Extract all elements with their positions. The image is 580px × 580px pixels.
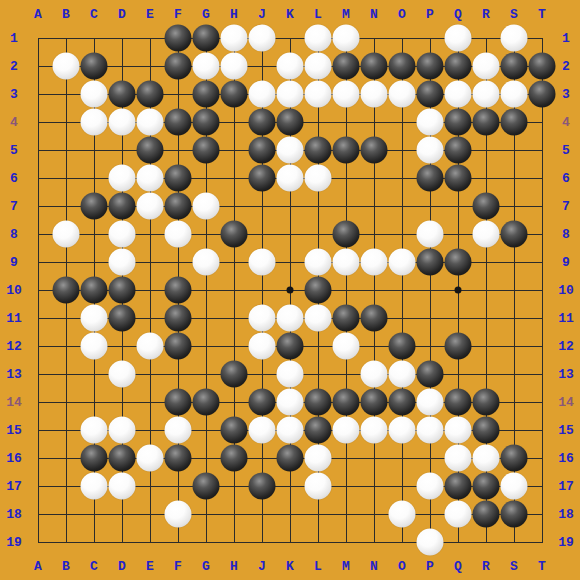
white-stone [277, 165, 304, 192]
white-stone [221, 25, 248, 52]
column-label-top: F [174, 8, 182, 21]
row-label-left: 4 [10, 116, 18, 129]
black-stone [333, 305, 360, 332]
column-label-top: G [202, 8, 210, 21]
black-stone [473, 389, 500, 416]
white-stone [137, 165, 164, 192]
row-label-left: 16 [6, 452, 22, 465]
column-label-top: T [538, 8, 546, 21]
white-stone [333, 25, 360, 52]
black-stone [221, 81, 248, 108]
black-stone [221, 221, 248, 248]
row-label-left: 11 [6, 312, 22, 325]
row-label-right: 18 [558, 508, 574, 521]
column-label-bottom: M [342, 560, 350, 573]
column-label-top: J [258, 8, 266, 21]
white-stone [81, 333, 108, 360]
white-stone [81, 305, 108, 332]
column-label-bottom: G [202, 560, 210, 573]
column-label-bottom: F [174, 560, 182, 573]
black-stone [417, 165, 444, 192]
row-label-right: 16 [558, 452, 574, 465]
black-stone [473, 193, 500, 220]
white-stone [389, 81, 416, 108]
column-label-bottom: O [398, 560, 406, 573]
column-label-top: S [510, 8, 518, 21]
white-stone [417, 473, 444, 500]
grid-line-vertical [542, 38, 543, 543]
white-stone [333, 417, 360, 444]
white-stone [417, 221, 444, 248]
black-stone [389, 389, 416, 416]
white-stone [165, 417, 192, 444]
white-stone [53, 53, 80, 80]
black-stone [221, 361, 248, 388]
black-stone [473, 417, 500, 444]
black-stone [165, 445, 192, 472]
grid-line-horizontal [38, 542, 543, 543]
white-stone [109, 221, 136, 248]
black-stone [193, 137, 220, 164]
row-label-right: 1 [562, 32, 570, 45]
row-label-left: 5 [10, 144, 18, 157]
black-stone [333, 389, 360, 416]
white-stone [305, 305, 332, 332]
white-stone [277, 137, 304, 164]
white-stone [417, 109, 444, 136]
white-stone [473, 221, 500, 248]
black-stone [333, 221, 360, 248]
row-label-right: 13 [558, 368, 574, 381]
row-label-right: 15 [558, 424, 574, 437]
white-stone [277, 361, 304, 388]
white-stone [277, 81, 304, 108]
row-label-right: 17 [558, 480, 574, 493]
black-stone [361, 305, 388, 332]
row-label-right: 9 [562, 256, 570, 269]
white-stone [137, 333, 164, 360]
black-stone [165, 333, 192, 360]
white-stone [277, 305, 304, 332]
white-stone [249, 25, 276, 52]
column-label-bottom: Q [454, 560, 462, 573]
white-stone [445, 25, 472, 52]
column-label-bottom: H [230, 560, 238, 573]
white-stone [417, 137, 444, 164]
row-label-left: 17 [6, 480, 22, 493]
black-stone [277, 109, 304, 136]
white-stone [445, 417, 472, 444]
black-stone [529, 81, 556, 108]
white-stone [137, 445, 164, 472]
black-stone [81, 193, 108, 220]
column-label-top: A [34, 8, 42, 21]
white-stone [193, 193, 220, 220]
white-stone [109, 361, 136, 388]
white-stone [109, 473, 136, 500]
column-label-bottom: E [146, 560, 154, 573]
black-stone [165, 53, 192, 80]
white-stone [333, 249, 360, 276]
white-stone [361, 361, 388, 388]
black-stone [445, 137, 472, 164]
grid-line-vertical [402, 38, 403, 543]
black-stone [53, 277, 80, 304]
black-stone [109, 445, 136, 472]
white-stone [81, 81, 108, 108]
black-stone [501, 221, 528, 248]
white-stone [389, 361, 416, 388]
row-label-left: 15 [6, 424, 22, 437]
column-label-top: R [482, 8, 490, 21]
white-stone [305, 81, 332, 108]
column-label-bottom: A [34, 560, 42, 573]
column-label-bottom: B [62, 560, 70, 573]
white-stone [305, 25, 332, 52]
white-stone [389, 249, 416, 276]
white-stone [333, 333, 360, 360]
row-label-left: 14 [6, 396, 22, 409]
white-stone [361, 417, 388, 444]
row-label-left: 19 [6, 536, 22, 549]
black-stone [445, 473, 472, 500]
star-point [287, 287, 294, 294]
black-stone [445, 249, 472, 276]
black-stone [305, 277, 332, 304]
row-label-right: 4 [562, 116, 570, 129]
column-label-top: Q [454, 8, 462, 21]
column-label-top: P [426, 8, 434, 21]
black-stone [249, 389, 276, 416]
column-label-bottom: N [370, 560, 378, 573]
white-stone [249, 417, 276, 444]
black-stone [473, 109, 500, 136]
column-label-bottom: S [510, 560, 518, 573]
row-label-left: 1 [10, 32, 18, 45]
black-stone [445, 53, 472, 80]
white-stone [109, 109, 136, 136]
row-label-left: 7 [10, 200, 18, 213]
black-stone [165, 277, 192, 304]
black-stone [361, 389, 388, 416]
column-label-top: C [90, 8, 98, 21]
black-stone [333, 137, 360, 164]
row-label-left: 18 [6, 508, 22, 521]
white-stone [109, 249, 136, 276]
column-label-bottom: K [286, 560, 294, 573]
white-stone [81, 417, 108, 444]
row-label-left: 13 [6, 368, 22, 381]
white-stone [445, 81, 472, 108]
white-stone [305, 165, 332, 192]
white-stone [137, 193, 164, 220]
black-stone [501, 109, 528, 136]
row-label-right: 19 [558, 536, 574, 549]
white-stone [473, 81, 500, 108]
white-stone [389, 501, 416, 528]
black-stone [109, 81, 136, 108]
black-stone [333, 53, 360, 80]
black-stone [473, 473, 500, 500]
row-label-left: 12 [6, 340, 22, 353]
white-stone [305, 473, 332, 500]
black-stone [109, 305, 136, 332]
white-stone [165, 501, 192, 528]
column-label-top: N [370, 8, 378, 21]
black-stone [137, 81, 164, 108]
column-label-bottom: T [538, 560, 546, 573]
grid-line-vertical [346, 38, 347, 543]
black-stone [501, 445, 528, 472]
column-label-bottom: J [258, 560, 266, 573]
white-stone [81, 109, 108, 136]
white-stone [249, 81, 276, 108]
white-stone [249, 333, 276, 360]
column-label-top: H [230, 8, 238, 21]
black-stone [277, 333, 304, 360]
white-stone [221, 53, 248, 80]
star-point [455, 287, 462, 294]
white-stone [193, 249, 220, 276]
white-stone [417, 417, 444, 444]
white-stone [305, 249, 332, 276]
black-stone [417, 81, 444, 108]
white-stone [333, 81, 360, 108]
white-stone [249, 249, 276, 276]
row-label-left: 9 [10, 256, 18, 269]
row-label-left: 2 [10, 60, 18, 73]
row-label-right: 6 [562, 172, 570, 185]
white-stone [81, 473, 108, 500]
black-stone [249, 109, 276, 136]
white-stone [389, 417, 416, 444]
white-stone [305, 445, 332, 472]
white-stone [193, 53, 220, 80]
black-stone [361, 53, 388, 80]
black-stone [165, 165, 192, 192]
black-stone [165, 305, 192, 332]
black-stone [193, 81, 220, 108]
white-stone [473, 53, 500, 80]
white-stone [305, 53, 332, 80]
black-stone [501, 53, 528, 80]
black-stone [165, 25, 192, 52]
black-stone [221, 417, 248, 444]
row-label-right: 7 [562, 200, 570, 213]
white-stone [501, 25, 528, 52]
black-stone [473, 501, 500, 528]
black-stone [501, 501, 528, 528]
black-stone [417, 249, 444, 276]
white-stone [417, 389, 444, 416]
white-stone [361, 81, 388, 108]
black-stone [249, 137, 276, 164]
black-stone [277, 445, 304, 472]
black-stone [81, 445, 108, 472]
column-label-top: D [118, 8, 126, 21]
black-stone [193, 473, 220, 500]
black-stone [305, 417, 332, 444]
black-stone [193, 25, 220, 52]
black-stone [81, 53, 108, 80]
row-label-left: 3 [10, 88, 18, 101]
column-label-top: L [314, 8, 322, 21]
row-label-right: 3 [562, 88, 570, 101]
row-label-right: 8 [562, 228, 570, 241]
black-stone [137, 137, 164, 164]
column-label-bottom: C [90, 560, 98, 573]
row-label-right: 10 [558, 284, 574, 297]
white-stone [445, 445, 472, 472]
row-label-right: 14 [558, 396, 574, 409]
go-board-screenshot: AABBCCDDEEFFGGHHJJKKLLMMNNOOPPQQRRSSTT11… [0, 0, 580, 580]
column-label-bottom: D [118, 560, 126, 573]
black-stone [417, 361, 444, 388]
black-stone [445, 109, 472, 136]
column-label-bottom: R [482, 560, 490, 573]
black-stone [109, 277, 136, 304]
column-label-top: O [398, 8, 406, 21]
black-stone [361, 137, 388, 164]
white-stone [417, 529, 444, 556]
white-stone [137, 109, 164, 136]
grid-line-vertical [374, 38, 375, 543]
white-stone [249, 305, 276, 332]
white-stone [501, 81, 528, 108]
column-label-top: M [342, 8, 350, 21]
column-label-top: K [286, 8, 294, 21]
black-stone [417, 53, 444, 80]
black-stone [81, 277, 108, 304]
white-stone [277, 53, 304, 80]
column-label-bottom: L [314, 560, 322, 573]
black-stone [445, 389, 472, 416]
black-stone [529, 53, 556, 80]
column-label-bottom: P [426, 560, 434, 573]
white-stone [501, 473, 528, 500]
black-stone [193, 109, 220, 136]
black-stone [389, 333, 416, 360]
white-stone [109, 165, 136, 192]
row-label-right: 12 [558, 340, 574, 353]
black-stone [305, 137, 332, 164]
black-stone [221, 445, 248, 472]
white-stone [277, 417, 304, 444]
column-label-top: E [146, 8, 154, 21]
black-stone [249, 165, 276, 192]
black-stone [389, 53, 416, 80]
black-stone [165, 109, 192, 136]
white-stone [473, 445, 500, 472]
white-stone [53, 221, 80, 248]
black-stone [109, 193, 136, 220]
row-label-right: 2 [562, 60, 570, 73]
column-label-top: B [62, 8, 70, 21]
white-stone [445, 501, 472, 528]
row-label-right: 11 [558, 312, 574, 325]
black-stone [249, 473, 276, 500]
white-stone [361, 249, 388, 276]
row-label-left: 8 [10, 228, 18, 241]
row-label-left: 6 [10, 172, 18, 185]
black-stone [165, 193, 192, 220]
black-stone [445, 333, 472, 360]
row-label-left: 10 [6, 284, 22, 297]
white-stone [277, 389, 304, 416]
black-stone [305, 389, 332, 416]
black-stone [193, 389, 220, 416]
black-stone [165, 389, 192, 416]
white-stone [165, 221, 192, 248]
row-label-right: 5 [562, 144, 570, 157]
black-stone [445, 165, 472, 192]
white-stone [109, 417, 136, 444]
